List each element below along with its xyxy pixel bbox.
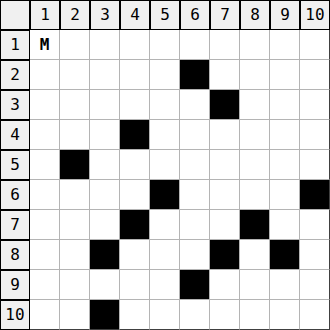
cell-6-9[interactable] <box>270 180 300 210</box>
cell-4-10[interactable] <box>300 120 330 150</box>
cell-5-10[interactable] <box>300 150 330 180</box>
cell-1-8[interactable] <box>240 30 270 60</box>
cell-4-7[interactable] <box>210 120 240 150</box>
row-header-9: 9 <box>0 270 30 300</box>
cell-2-8[interactable] <box>240 60 270 90</box>
cell-3-1[interactable] <box>30 90 60 120</box>
cell-10-4[interactable] <box>120 300 150 330</box>
cell-10-2[interactable] <box>60 300 90 330</box>
blocked-cell-7-8[interactable] <box>240 210 270 240</box>
blocked-cell-8-3[interactable] <box>90 240 120 270</box>
cell-8-2[interactable] <box>60 240 90 270</box>
cell-4-2[interactable] <box>60 120 90 150</box>
col-header-1: 1 <box>30 0 60 30</box>
row-header-10: 10 <box>0 300 30 330</box>
blocked-cell-10-3[interactable] <box>90 300 120 330</box>
blocked-cell-5-2[interactable] <box>60 150 90 180</box>
cell-10-7[interactable] <box>210 300 240 330</box>
cell-6-1[interactable] <box>30 180 60 210</box>
cell-3-6[interactable] <box>180 90 210 120</box>
cell-4-8[interactable] <box>240 120 270 150</box>
cell-2-7[interactable] <box>210 60 240 90</box>
cell-6-8[interactable] <box>240 180 270 210</box>
row-header-2: 2 <box>0 60 30 90</box>
cell-1-7[interactable] <box>210 30 240 60</box>
cell-2-2[interactable] <box>60 60 90 90</box>
blocked-cell-8-9[interactable] <box>270 240 300 270</box>
blocked-cell-3-7[interactable] <box>210 90 240 120</box>
cell-10-1[interactable] <box>30 300 60 330</box>
cell-1-10[interactable] <box>300 30 330 60</box>
cell-8-10[interactable] <box>300 240 330 270</box>
cell-8-5[interactable] <box>150 240 180 270</box>
marker-cell-1-1[interactable]: M <box>30 30 60 60</box>
cell-8-1[interactable] <box>30 240 60 270</box>
row-header-4: 4 <box>0 120 30 150</box>
col-header-10: 10 <box>300 0 330 30</box>
row-header-1: 1 <box>0 30 30 60</box>
cell-3-5[interactable] <box>150 90 180 120</box>
cell-1-5[interactable] <box>150 30 180 60</box>
cell-9-9[interactable] <box>270 270 300 300</box>
cell-8-4[interactable] <box>120 240 150 270</box>
cell-9-1[interactable] <box>30 270 60 300</box>
cell-2-3[interactable] <box>90 60 120 90</box>
cell-3-2[interactable] <box>60 90 90 120</box>
cell-9-3[interactable] <box>90 270 120 300</box>
blocked-cell-4-4[interactable] <box>120 120 150 150</box>
cell-6-2[interactable] <box>60 180 90 210</box>
cell-9-5[interactable] <box>150 270 180 300</box>
cell-10-6[interactable] <box>180 300 210 330</box>
cell-2-1[interactable] <box>30 60 60 90</box>
col-header-8: 8 <box>240 0 270 30</box>
cell-1-9[interactable] <box>270 30 300 60</box>
blocked-cell-2-6[interactable] <box>180 60 210 90</box>
cell-4-5[interactable] <box>150 120 180 150</box>
cell-4-6[interactable] <box>180 120 210 150</box>
cell-8-8[interactable] <box>240 240 270 270</box>
cell-7-3[interactable] <box>90 210 120 240</box>
cell-1-4[interactable] <box>120 30 150 60</box>
row-header-7: 7 <box>0 210 30 240</box>
cell-1-2[interactable] <box>60 30 90 60</box>
blocked-cell-6-10[interactable] <box>300 180 330 210</box>
cell-5-3[interactable] <box>90 150 120 180</box>
cell-5-9[interactable] <box>270 150 300 180</box>
cell-3-10[interactable] <box>300 90 330 120</box>
row-header-5: 5 <box>0 150 30 180</box>
cell-4-1[interactable] <box>30 120 60 150</box>
cell-1-3[interactable] <box>90 30 120 60</box>
blocked-cell-7-4[interactable] <box>120 210 150 240</box>
cell-6-7[interactable] <box>210 180 240 210</box>
cell-2-4[interactable] <box>120 60 150 90</box>
cell-8-6[interactable] <box>180 240 210 270</box>
corner-cell <box>0 0 30 30</box>
row-header-3: 3 <box>0 90 30 120</box>
cell-6-4[interactable] <box>120 180 150 210</box>
cell-7-1[interactable] <box>30 210 60 240</box>
cell-3-8[interactable] <box>240 90 270 120</box>
row-header-8: 8 <box>0 240 30 270</box>
col-header-2: 2 <box>60 0 90 30</box>
cell-3-4[interactable] <box>120 90 150 120</box>
cell-4-3[interactable] <box>90 120 120 150</box>
cell-2-9[interactable] <box>270 60 300 90</box>
cell-5-1[interactable] <box>30 150 60 180</box>
cell-5-4[interactable] <box>120 150 150 180</box>
blocked-cell-6-5[interactable] <box>150 180 180 210</box>
col-header-6: 6 <box>180 0 210 30</box>
cell-9-10[interactable] <box>300 270 330 300</box>
cell-7-2[interactable] <box>60 210 90 240</box>
cell-1-6[interactable] <box>180 30 210 60</box>
cell-2-10[interactable] <box>300 60 330 90</box>
cell-9-4[interactable] <box>120 270 150 300</box>
cell-5-8[interactable] <box>240 150 270 180</box>
col-header-3: 3 <box>90 0 120 30</box>
cell-10-5[interactable] <box>150 300 180 330</box>
col-header-5: 5 <box>150 0 180 30</box>
cell-5-6[interactable] <box>180 150 210 180</box>
cell-3-3[interactable] <box>90 90 120 120</box>
col-header-7: 7 <box>210 0 240 30</box>
cell-3-9[interactable] <box>270 90 300 120</box>
cell-7-9[interactable] <box>270 210 300 240</box>
cell-9-7[interactable] <box>210 270 240 300</box>
cell-4-9[interactable] <box>270 120 300 150</box>
cell-9-2[interactable] <box>60 270 90 300</box>
cell-6-3[interactable] <box>90 180 120 210</box>
cell-5-5[interactable] <box>150 150 180 180</box>
board-grid: 123456789101M2345678910 <box>0 0 330 330</box>
blocked-cell-8-7[interactable] <box>210 240 240 270</box>
col-header-9: 9 <box>270 0 300 30</box>
cell-7-7[interactable] <box>210 210 240 240</box>
cell-10-10[interactable] <box>300 300 330 330</box>
col-header-4: 4 <box>120 0 150 30</box>
cell-7-5[interactable] <box>150 210 180 240</box>
cell-7-6[interactable] <box>180 210 210 240</box>
blocked-cell-9-6[interactable] <box>180 270 210 300</box>
cell-2-5[interactable] <box>150 60 180 90</box>
cell-6-6[interactable] <box>180 180 210 210</box>
cell-5-7[interactable] <box>210 150 240 180</box>
cell-10-9[interactable] <box>270 300 300 330</box>
cell-10-8[interactable] <box>240 300 270 330</box>
row-header-6: 6 <box>0 180 30 210</box>
cell-7-10[interactable] <box>300 210 330 240</box>
cell-9-8[interactable] <box>240 270 270 300</box>
